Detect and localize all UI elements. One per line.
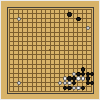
- black-stone: [90, 72, 94, 76]
- black-stone: [67, 12, 71, 16]
- white-stone: [86, 26, 90, 30]
- white-stone: [67, 81, 71, 85]
- black-stone: [67, 86, 71, 90]
- black-stone: [72, 81, 76, 85]
- go-board[interactable]: [1, 1, 99, 99]
- black-stone: [81, 86, 85, 90]
- black-stone: [81, 67, 85, 71]
- black-stone: [90, 81, 94, 85]
- white-stone: [58, 81, 62, 85]
- black-stone: [76, 17, 80, 21]
- white-stone: [17, 81, 21, 85]
- stones-layer: [8, 8, 95, 95]
- white-stone: [81, 76, 85, 80]
- white-stone: [17, 17, 21, 21]
